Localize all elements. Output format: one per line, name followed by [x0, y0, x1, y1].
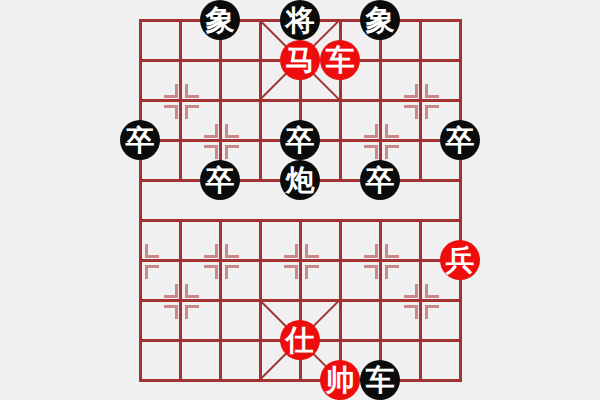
- point-marker: [164, 284, 178, 298]
- grid-file-line: [139, 19, 142, 382]
- piece-black-elephant-right[interactable]: 象: [360, 0, 400, 40]
- point-marker: [204, 124, 218, 138]
- point-marker: [425, 84, 439, 98]
- grid-file-line: [179, 219, 182, 382]
- point-marker: [185, 284, 199, 298]
- piece-red-chariot[interactable]: 车: [320, 40, 360, 80]
- point-marker: [364, 265, 378, 279]
- point-marker: [185, 84, 199, 98]
- point-marker: [385, 124, 399, 138]
- grid-file-line: [459, 19, 462, 382]
- point-marker: [404, 105, 418, 119]
- point-marker: [364, 145, 378, 159]
- point-marker: [425, 305, 439, 319]
- piece-red-soldier[interactable]: 兵: [440, 240, 480, 280]
- piece-black-chariot[interactable]: 车: [360, 360, 400, 400]
- point-marker: [404, 305, 418, 319]
- point-marker: [164, 105, 178, 119]
- point-marker: [185, 105, 199, 119]
- piece-black-cannon[interactable]: 炮: [280, 160, 320, 200]
- piece-black-soldier-a[interactable]: 卒: [120, 120, 160, 160]
- point-marker: [425, 105, 439, 119]
- point-marker: [145, 265, 159, 279]
- point-marker: [364, 244, 378, 258]
- point-marker: [164, 305, 178, 319]
- point-marker: [305, 265, 319, 279]
- point-marker: [385, 265, 399, 279]
- point-marker: [225, 265, 239, 279]
- point-marker: [185, 305, 199, 319]
- point-marker: [225, 124, 239, 138]
- point-marker: [404, 84, 418, 98]
- point-marker: [204, 244, 218, 258]
- point-marker: [305, 244, 319, 258]
- piece-red-horse[interactable]: 马: [280, 40, 320, 80]
- grid-file-line: [219, 19, 222, 182]
- piece-black-general[interactable]: 将: [280, 0, 320, 40]
- grid-file-line: [179, 19, 182, 182]
- point-marker: [145, 244, 159, 258]
- point-marker: [425, 284, 439, 298]
- point-marker: [404, 284, 418, 298]
- point-marker: [284, 265, 298, 279]
- point-marker: [204, 265, 218, 279]
- xiangqi-board[interactable]: 象将象马车卒卒卒卒炮卒兵仕帅车: [0, 0, 600, 400]
- point-marker: [385, 145, 399, 159]
- piece-red-general[interactable]: 帅: [320, 360, 360, 400]
- grid-file-line: [219, 219, 222, 382]
- point-marker: [225, 145, 239, 159]
- piece-black-soldier-g[interactable]: 卒: [360, 160, 400, 200]
- point-marker: [364, 124, 378, 138]
- piece-black-soldier-e[interactable]: 卒: [280, 120, 320, 160]
- point-marker: [204, 145, 218, 159]
- point-marker: [385, 244, 399, 258]
- grid-file-line: [419, 219, 422, 382]
- point-marker: [284, 244, 298, 258]
- piece-black-elephant-left[interactable]: 象: [200, 0, 240, 40]
- grid-file-line: [419, 19, 422, 182]
- piece-red-advisor[interactable]: 仕: [280, 320, 320, 360]
- grid-file-line: [379, 19, 382, 182]
- piece-black-soldier-i[interactable]: 卒: [440, 120, 480, 160]
- piece-black-soldier-c[interactable]: 卒: [200, 160, 240, 200]
- point-marker: [164, 84, 178, 98]
- grid-file-line: [379, 219, 382, 382]
- point-marker: [225, 244, 239, 258]
